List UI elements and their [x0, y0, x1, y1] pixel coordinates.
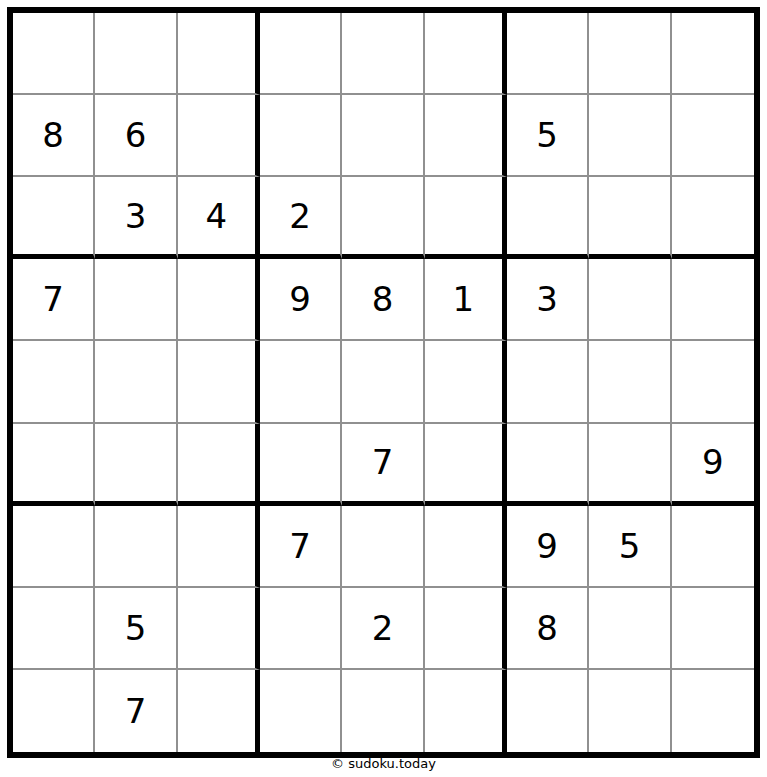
- cell-r5c2-empty[interactable]: [95, 341, 177, 423]
- cell-r5c8-empty[interactable]: [589, 341, 671, 423]
- cell-r3c2-given: 3: [95, 177, 177, 259]
- cell-r7c3-empty[interactable]: [178, 506, 260, 588]
- cell-r5c9-empty[interactable]: [672, 341, 754, 423]
- cell-r1c2-empty[interactable]: [95, 13, 177, 95]
- cell-r1c3-empty[interactable]: [178, 13, 260, 95]
- cell-r9c2-given: 7: [95, 670, 177, 752]
- cell-r4c6-given: 1: [425, 259, 507, 341]
- cell-r7c8-given: 5: [589, 506, 671, 588]
- cell-r3c7-empty[interactable]: [507, 177, 589, 259]
- cell-r3c8-empty[interactable]: [589, 177, 671, 259]
- cell-r9c1-empty[interactable]: [13, 670, 95, 752]
- cell-r6c9-given: 9: [672, 424, 754, 506]
- cell-r4c5-given: 8: [342, 259, 424, 341]
- cell-r4c9-empty[interactable]: [672, 259, 754, 341]
- cell-r8c2-given: 5: [95, 588, 177, 670]
- cell-r1c4-empty[interactable]: [260, 13, 342, 95]
- cell-r1c1-empty[interactable]: [13, 13, 95, 95]
- cell-r5c6-empty[interactable]: [425, 341, 507, 423]
- cell-r7c4-given: 7: [260, 506, 342, 588]
- cell-r6c1-empty[interactable]: [13, 424, 95, 506]
- cell-r3c3-given: 4: [178, 177, 260, 259]
- cell-r9c7-empty[interactable]: [507, 670, 589, 752]
- cell-r8c7-given: 8: [507, 588, 589, 670]
- cell-r7c1-empty[interactable]: [13, 506, 95, 588]
- cell-r9c3-empty[interactable]: [178, 670, 260, 752]
- cell-r2c2-given: 6: [95, 95, 177, 177]
- cell-r2c9-empty[interactable]: [672, 95, 754, 177]
- cell-r1c7-empty[interactable]: [507, 13, 589, 95]
- cell-r4c4-given: 9: [260, 259, 342, 341]
- sudoku-page: 86534279813797955287 © sudoku.today: [0, 0, 767, 777]
- cell-r2c8-empty[interactable]: [589, 95, 671, 177]
- cell-r8c1-empty[interactable]: [13, 588, 95, 670]
- cell-r6c3-empty[interactable]: [178, 424, 260, 506]
- cell-r7c2-empty[interactable]: [95, 506, 177, 588]
- cell-r8c9-empty[interactable]: [672, 588, 754, 670]
- cell-r7c7-given: 9: [507, 506, 589, 588]
- cell-r2c1-given: 8: [13, 95, 95, 177]
- cell-r5c3-empty[interactable]: [178, 341, 260, 423]
- cell-r9c6-empty[interactable]: [425, 670, 507, 752]
- cell-r2c3-empty[interactable]: [178, 95, 260, 177]
- cell-r3c6-empty[interactable]: [425, 177, 507, 259]
- cell-r9c8-empty[interactable]: [589, 670, 671, 752]
- credit-text: © sudoku.today: [0, 756, 767, 771]
- cell-r6c2-empty[interactable]: [95, 424, 177, 506]
- cell-r6c6-empty[interactable]: [425, 424, 507, 506]
- cell-r5c4-empty[interactable]: [260, 341, 342, 423]
- cell-r4c1-given: 7: [13, 259, 95, 341]
- cell-r8c3-empty[interactable]: [178, 588, 260, 670]
- cell-r4c8-empty[interactable]: [589, 259, 671, 341]
- cell-r2c6-empty[interactable]: [425, 95, 507, 177]
- cell-r8c4-empty[interactable]: [260, 588, 342, 670]
- cell-r4c2-empty[interactable]: [95, 259, 177, 341]
- cell-r7c6-empty[interactable]: [425, 506, 507, 588]
- cell-r3c9-empty[interactable]: [672, 177, 754, 259]
- cell-r1c9-empty[interactable]: [672, 13, 754, 95]
- cell-r2c7-given: 5: [507, 95, 589, 177]
- sudoku-board: 86534279813797955287: [7, 7, 760, 758]
- cell-r6c4-empty[interactable]: [260, 424, 342, 506]
- cell-r4c7-given: 3: [507, 259, 589, 341]
- cell-r3c4-given: 2: [260, 177, 342, 259]
- cell-r9c5-empty[interactable]: [342, 670, 424, 752]
- cell-r3c5-empty[interactable]: [342, 177, 424, 259]
- cell-r8c8-empty[interactable]: [589, 588, 671, 670]
- cell-r1c6-empty[interactable]: [425, 13, 507, 95]
- cell-r1c5-empty[interactable]: [342, 13, 424, 95]
- cell-r8c6-empty[interactable]: [425, 588, 507, 670]
- cell-r6c8-empty[interactable]: [589, 424, 671, 506]
- cell-r3c1-empty[interactable]: [13, 177, 95, 259]
- cell-r7c9-empty[interactable]: [672, 506, 754, 588]
- cell-r9c9-empty[interactable]: [672, 670, 754, 752]
- cell-r4c3-empty[interactable]: [178, 259, 260, 341]
- cell-r2c4-empty[interactable]: [260, 95, 342, 177]
- cell-r5c7-empty[interactable]: [507, 341, 589, 423]
- cell-r2c5-empty[interactable]: [342, 95, 424, 177]
- cell-r6c5-given: 7: [342, 424, 424, 506]
- cell-r5c1-empty[interactable]: [13, 341, 95, 423]
- cell-r5c5-empty[interactable]: [342, 341, 424, 423]
- cell-r9c4-empty[interactable]: [260, 670, 342, 752]
- cell-r1c8-empty[interactable]: [589, 13, 671, 95]
- cell-r8c5-given: 2: [342, 588, 424, 670]
- cell-r7c5-empty[interactable]: [342, 506, 424, 588]
- cell-r6c7-empty[interactable]: [507, 424, 589, 506]
